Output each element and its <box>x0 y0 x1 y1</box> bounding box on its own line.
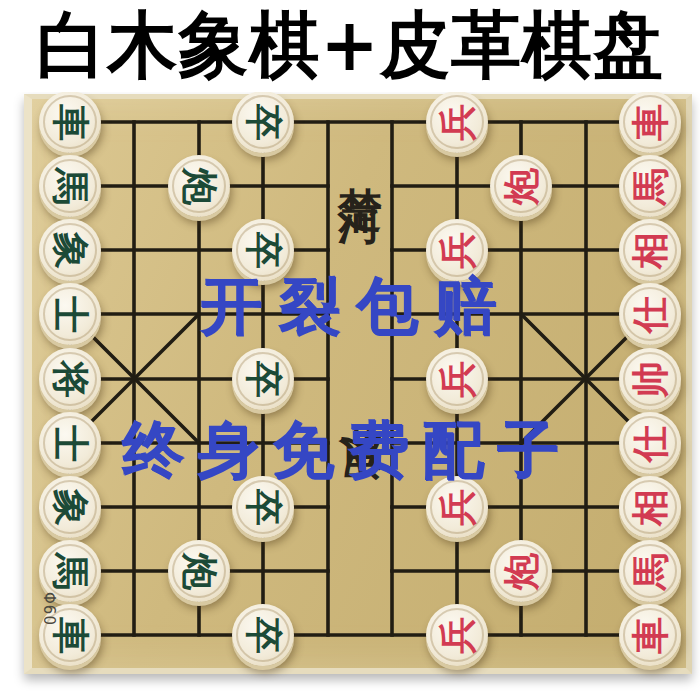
piece-character: 車 <box>632 104 669 141</box>
piece-black-soldier[interactable]: 卒 <box>232 604 294 666</box>
piece-character: 士 <box>52 296 89 333</box>
piece-character: 炮 <box>503 553 540 590</box>
piece-red-horse[interactable]: 馬 <box>619 540 681 602</box>
piece-character: 兵 <box>439 361 476 398</box>
piece-character: 象 <box>52 489 89 526</box>
piece-character: 相 <box>632 489 669 526</box>
piece-red-cannon[interactable]: 炮 <box>490 155 552 217</box>
piece-character: 馬 <box>632 168 669 205</box>
title-banner: 白木象棋+皮革棋盘 <box>0 0 700 92</box>
piece-character: 炮 <box>181 168 218 205</box>
piece-character: 相 <box>632 232 669 269</box>
river-label-chu-he: 楚河 <box>338 152 382 180</box>
piece-red-soldier[interactable]: 兵 <box>426 91 488 153</box>
piece-black-soldier[interactable]: 卒 <box>232 348 294 410</box>
piece-black-cannon[interactable]: 炮 <box>168 540 230 602</box>
piece-black-horse[interactable]: 馬 <box>39 155 101 217</box>
piece-character: 兵 <box>439 617 476 654</box>
piece-red-cannon[interactable]: 炮 <box>490 540 552 602</box>
piece-character: 兵 <box>439 489 476 526</box>
piece-red-elephant[interactable]: 相 <box>619 219 681 281</box>
piece-character: 卒 <box>245 104 282 141</box>
watermark-lifetime-free-pieces: 终身免费配子 <box>122 408 572 492</box>
piece-character: 炮 <box>503 168 540 205</box>
piece-character: 車 <box>52 104 89 141</box>
piece-character: 兵 <box>439 232 476 269</box>
piece-character: 仕 <box>632 296 669 333</box>
board-grid <box>0 0 700 700</box>
product-title: 白木象棋+皮革棋盘 <box>36 0 664 95</box>
piece-red-advisor[interactable]: 仕 <box>619 412 681 474</box>
piece-red-general[interactable]: 帅 <box>619 348 681 410</box>
piece-character: 帅 <box>632 361 669 398</box>
piece-character: 馬 <box>52 168 89 205</box>
piece-character: 馬 <box>632 553 669 590</box>
piece-character: 将 <box>52 361 89 398</box>
piece-black-cannon[interactable]: 炮 <box>168 155 230 217</box>
piece-character: 馬 <box>52 553 89 590</box>
piece-red-soldier[interactable]: 兵 <box>426 604 488 666</box>
piece-black-advisor[interactable]: 士 <box>39 283 101 345</box>
piece-character: 卒 <box>245 361 282 398</box>
product-photo: 楚河 汉界 車馬象士将士象馬車炮炮卒卒卒卒卒兵兵兵兵兵炮炮車馬相仕帅仕相馬車 Φ… <box>0 0 700 700</box>
piece-character: 士 <box>52 425 89 462</box>
piece-red-advisor[interactable]: 仕 <box>619 283 681 345</box>
piece-red-elephant[interactable]: 相 <box>619 476 681 538</box>
piece-black-soldier[interactable]: 卒 <box>232 91 294 153</box>
piece-character: 炮 <box>181 553 218 590</box>
piece-black-general[interactable]: 将 <box>39 348 101 410</box>
piece-character: 兵 <box>439 104 476 141</box>
piece-black-advisor[interactable]: 士 <box>39 412 101 474</box>
piece-red-chariot[interactable]: 車 <box>619 91 681 153</box>
piece-black-elephant[interactable]: 象 <box>39 476 101 538</box>
diameter-label: Φ60 <box>40 592 58 626</box>
piece-character: 象 <box>52 232 89 269</box>
piece-red-soldier[interactable]: 兵 <box>426 348 488 410</box>
piece-character: 卒 <box>245 232 282 269</box>
piece-character: 車 <box>632 617 669 654</box>
river-label-han-jie: 汉界 <box>338 488 382 516</box>
piece-red-chariot[interactable]: 車 <box>619 604 681 666</box>
watermark-crack-guarantee: 开裂包赔 <box>200 264 512 348</box>
piece-character: 仕 <box>632 425 669 462</box>
piece-character: 卒 <box>245 489 282 526</box>
piece-red-horse[interactable]: 馬 <box>619 155 681 217</box>
piece-character: 卒 <box>245 617 282 654</box>
piece-black-elephant[interactable]: 象 <box>39 219 101 281</box>
piece-black-chariot[interactable]: 車 <box>39 91 101 153</box>
